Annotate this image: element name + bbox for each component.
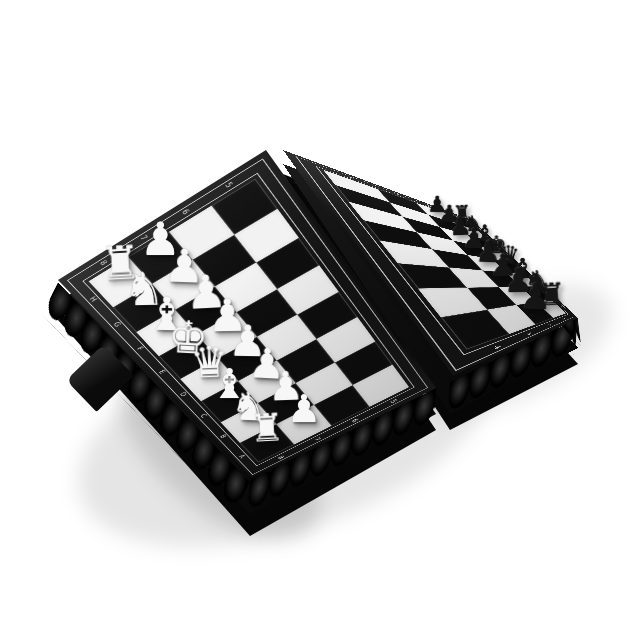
product-photo-scene: HGFEDCBA88776655 ABCDEFGH44332211 ♜♞♝♛♚♝… [0,0,640,640]
